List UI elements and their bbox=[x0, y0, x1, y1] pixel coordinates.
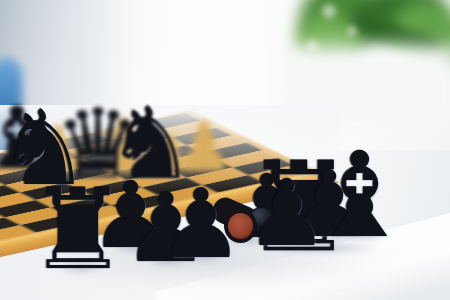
fallen-pawn-felt-base bbox=[228, 213, 253, 239]
bokeh-highlight bbox=[322, 4, 336, 18]
chess-photo-scene: ♝ ♞ ♟ ♛ ♝ ♞ ♟ ♟ ♜ ♟ ♟ ♟ ♟ ♟ ♜ ♟ ♝ bbox=[0, 0, 450, 300]
bokeh-highlight bbox=[347, 26, 357, 36]
piece-black-pawn: ♟ bbox=[246, 168, 328, 260]
piece-black-rook: ♜ bbox=[28, 173, 128, 285]
